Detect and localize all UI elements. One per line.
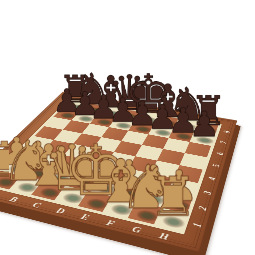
chess-board: ABCDEFGH 12345678 ♜♞♝♛♚♝♞♜♟♟♟♟♟♟♟♟♟♟♟♟♟♟… [0, 92, 237, 252]
piece-glyph: ♟ [189, 107, 220, 142]
rook-icon: ♜ [149, 170, 197, 224]
pawn-icon: ♟ [189, 107, 220, 142]
scene: ABCDEFGH 12345678 ♜♞♝♛♚♝♞♜♟♟♟♟♟♟♟♟♟♟♟♟♟♟… [0, 0, 255, 255]
piece-glyph: ♜ [149, 170, 197, 224]
